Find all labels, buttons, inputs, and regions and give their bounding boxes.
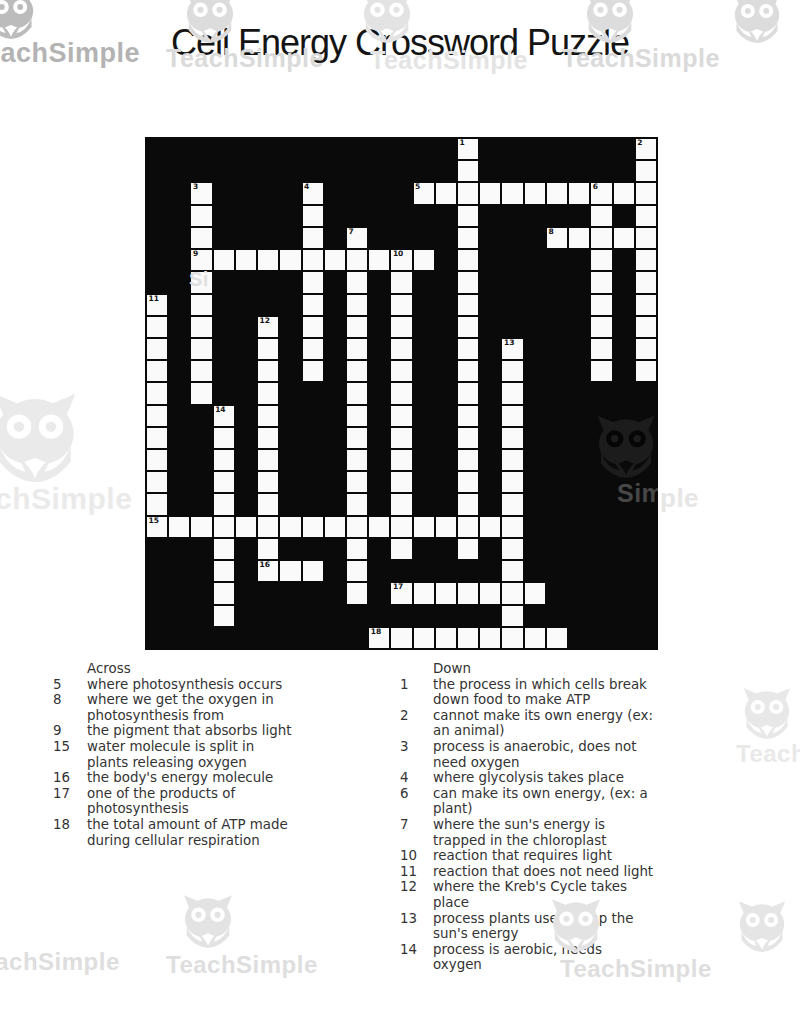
cell-r4c20[interactable]	[591, 228, 611, 248]
cell-r11c2[interactable]	[191, 383, 211, 403]
block-r4c4	[236, 228, 256, 248]
cell-r0c22[interactable]: 2	[636, 139, 656, 159]
block-r7c5	[258, 295, 278, 315]
cell-r5c4[interactable]	[236, 250, 256, 270]
block-r16c8	[325, 494, 345, 514]
cell-r20c15[interactable]	[480, 583, 500, 603]
block-r16c17	[525, 494, 545, 514]
cell-r5c20[interactable]	[591, 250, 611, 270]
clue-down-13: 13process plants use to trap thesun's en…	[400, 911, 745, 942]
cell-r22c14[interactable]	[458, 628, 478, 648]
cell-r2c7[interactable]: 4	[303, 183, 323, 203]
cell-r22c12[interactable]	[414, 628, 434, 648]
block-r15c20	[591, 472, 611, 492]
block-r21c12	[414, 606, 434, 626]
cell-r7c7[interactable]	[303, 295, 323, 315]
block-r1c3	[214, 161, 234, 181]
clue-down-4: 4where glycolysis takes place	[400, 770, 745, 786]
cell-r13c16[interactable]	[502, 428, 522, 448]
cell-r12c3[interactable]: 14	[214, 406, 234, 426]
cell-r19c9[interactable]	[347, 561, 367, 581]
cell-r14c14[interactable]	[458, 450, 478, 470]
block-r11c12	[414, 383, 434, 403]
cell-r22c15[interactable]	[480, 628, 500, 648]
cell-r15c9[interactable]	[347, 472, 367, 492]
cell-r20c16[interactable]	[502, 583, 522, 603]
clue-across-18: 18the total amount of ATP madeduring cel…	[53, 817, 383, 848]
block-r22c19	[569, 628, 589, 648]
cell-r16c11[interactable]	[391, 494, 411, 514]
cell-r11c14[interactable]	[458, 383, 478, 403]
block-r0c6	[280, 139, 300, 159]
cell-r19c6[interactable]	[280, 561, 300, 581]
cell-r19c3[interactable]	[214, 561, 234, 581]
cell-r19c16[interactable]	[502, 561, 522, 581]
cell-r18c14[interactable]	[458, 539, 478, 559]
cell-r17c7[interactable]	[303, 517, 323, 537]
cell-r12c14[interactable]	[458, 406, 478, 426]
cell-r8c5[interactable]: 12	[258, 317, 278, 337]
cell-r4c14[interactable]	[458, 228, 478, 248]
cell-r10c9[interactable]	[347, 361, 367, 381]
cell-r11c0[interactable]	[147, 383, 167, 403]
cell-r13c0[interactable]	[147, 428, 167, 448]
cell-r4c2[interactable]	[191, 228, 211, 248]
cell-r4c18[interactable]: 8	[547, 228, 567, 248]
cell-r2c21[interactable]	[614, 183, 634, 203]
cell-r19c5[interactable]: 16	[258, 561, 278, 581]
block-r12c8	[325, 406, 345, 426]
block-r13c10	[369, 428, 389, 448]
cell-r6c11[interactable]	[391, 272, 411, 292]
cell-r3c20[interactable]	[591, 206, 611, 226]
block-r16c13	[436, 494, 456, 514]
cell-r5c14[interactable]	[458, 250, 478, 270]
block-r11c8	[325, 383, 345, 403]
block-r2c1	[169, 183, 189, 203]
block-r19c14	[458, 561, 478, 581]
cell-r6c7[interactable]	[303, 272, 323, 292]
cell-r18c5[interactable]	[258, 539, 278, 559]
cell-r17c3[interactable]	[214, 517, 234, 537]
block-r22c21	[614, 628, 634, 648]
cell-r5c6[interactable]	[280, 250, 300, 270]
block-r4c6	[280, 228, 300, 248]
cell-r8c22[interactable]	[636, 317, 656, 337]
block-r4c3	[214, 228, 234, 248]
cell-r9c20[interactable]	[591, 339, 611, 359]
cell-r4c19[interactable]	[569, 228, 589, 248]
cell-r12c9[interactable]	[347, 406, 367, 426]
block-r3c8	[325, 206, 345, 226]
block-r12c12	[414, 406, 434, 426]
clue-down-12-text: where the Kreb's Cycle takesplace	[433, 879, 627, 910]
cell-r17c9[interactable]	[347, 517, 367, 537]
cell-r11c5[interactable]	[258, 383, 278, 403]
cell-r8c9[interactable]	[347, 317, 367, 337]
cell-r11c16[interactable]	[502, 383, 522, 403]
block-r0c2	[191, 139, 211, 159]
cell-r4c7[interactable]	[303, 228, 323, 248]
cell-r0c14[interactable]: 1	[458, 139, 478, 159]
cell-r22c11[interactable]	[391, 628, 411, 648]
cell-r2c18[interactable]	[547, 183, 567, 203]
cell-r22c10[interactable]: 18	[369, 628, 389, 648]
block-r15c19	[569, 472, 589, 492]
clue-down-2-text: cannot make its own energy (ex:an animal…	[433, 708, 653, 739]
block-r4c0	[147, 228, 167, 248]
block-r0c15	[480, 139, 500, 159]
cell-r13c5[interactable]	[258, 428, 278, 448]
cell-r9c2[interactable]	[191, 339, 211, 359]
block-r21c0	[147, 606, 167, 626]
cell-r5c2[interactable]: 9	[191, 250, 211, 270]
cell-r2c22[interactable]	[636, 183, 656, 203]
block-r8c18	[547, 317, 567, 337]
clue-down-1: 1the process in which cells breakdown fo…	[400, 677, 745, 708]
clue-number: 16	[260, 561, 270, 569]
cell-r15c16[interactable]	[502, 472, 522, 492]
cell-r10c22[interactable]	[636, 361, 656, 381]
clue-across-16-number: 16	[53, 770, 87, 786]
cell-r7c2[interactable]	[191, 295, 211, 315]
block-r3c13	[436, 206, 456, 226]
cell-r14c16[interactable]	[502, 450, 522, 470]
cell-r8c11[interactable]	[391, 317, 411, 337]
clue-down-2-number: 2	[400, 708, 433, 739]
cell-r3c2[interactable]	[191, 206, 211, 226]
cell-r17c10[interactable]	[369, 517, 389, 537]
cell-r14c11[interactable]	[391, 450, 411, 470]
block-r0c8	[325, 139, 345, 159]
block-r22c6	[280, 628, 300, 648]
cell-r7c14[interactable]	[458, 295, 478, 315]
block-r13c20	[591, 428, 611, 448]
cell-r16c16[interactable]	[502, 494, 522, 514]
clue-across-16-text: the body's energy molecule	[87, 770, 273, 786]
cell-r5c8[interactable]	[325, 250, 345, 270]
cell-r17c11[interactable]	[391, 517, 411, 537]
cell-r20c14[interactable]	[458, 583, 478, 603]
cell-r16c5[interactable]	[258, 494, 278, 514]
block-r21c15	[480, 606, 500, 626]
cell-r17c8[interactable]	[325, 517, 345, 537]
block-r3c4	[236, 206, 256, 226]
cell-r22c17[interactable]	[525, 628, 545, 648]
cell-r10c11[interactable]	[391, 361, 411, 381]
cell-r17c16[interactable]	[502, 517, 522, 537]
block-r13c6	[280, 428, 300, 448]
block-r6c1	[169, 272, 189, 292]
cell-r22c13[interactable]	[436, 628, 456, 648]
block-r6c16	[502, 272, 522, 292]
cell-r17c6[interactable]	[280, 517, 300, 537]
block-r8c12	[414, 317, 434, 337]
cell-r17c14[interactable]	[458, 517, 478, 537]
cell-r15c5[interactable]	[258, 472, 278, 492]
cell-r12c11[interactable]	[391, 406, 411, 426]
clue-down-7-number: 7	[400, 817, 433, 848]
cell-r10c14[interactable]	[458, 361, 478, 381]
block-r21c4	[236, 606, 256, 626]
cell-r9c16[interactable]: 13	[502, 339, 522, 359]
cell-r1c22[interactable]	[636, 161, 656, 181]
cell-r17c15[interactable]	[480, 517, 500, 537]
cell-r8c20[interactable]	[591, 317, 611, 337]
block-r0c10	[369, 139, 389, 159]
block-r21c17	[525, 606, 545, 626]
block-r12c10	[369, 406, 389, 426]
block-r5c21	[614, 250, 634, 270]
cell-r21c3[interactable]	[214, 606, 234, 626]
cell-r15c3[interactable]	[214, 472, 234, 492]
cell-r5c10[interactable]	[369, 250, 389, 270]
clue-number: 14	[215, 406, 225, 414]
cell-r9c14[interactable]	[458, 339, 478, 359]
cell-r18c9[interactable]	[347, 539, 367, 559]
block-r1c16	[502, 161, 522, 181]
block-r1c18	[547, 161, 567, 181]
clue-across-15-text: water molecule is split inplants releasi…	[87, 739, 254, 770]
block-r6c21	[614, 272, 634, 292]
block-r9c6	[280, 339, 300, 359]
cell-r10c0[interactable]	[147, 361, 167, 381]
cell-r2c16[interactable]	[502, 183, 522, 203]
block-r12c2	[191, 406, 211, 426]
block-r20c8	[325, 583, 345, 603]
cell-r9c11[interactable]	[391, 339, 411, 359]
block-r0c16	[502, 139, 522, 159]
cell-r5c3[interactable]	[214, 250, 234, 270]
cell-r12c5[interactable]	[258, 406, 278, 426]
cell-r12c0[interactable]	[147, 406, 167, 426]
cell-r3c7[interactable]	[303, 206, 323, 226]
cell-r5c7[interactable]	[303, 250, 323, 270]
cell-r4c22[interactable]	[636, 228, 656, 248]
cell-r15c14[interactable]	[458, 472, 478, 492]
block-r13c7	[303, 428, 323, 448]
cell-r10c2[interactable]	[191, 361, 211, 381]
block-r5c13	[436, 250, 456, 270]
block-r16c21	[614, 494, 634, 514]
clue-down-6-text: can make its own energy, (ex: aplant)	[433, 786, 648, 817]
cell-r20c11[interactable]: 17	[391, 583, 411, 603]
cell-r6c22[interactable]	[636, 272, 656, 292]
cell-r2c15[interactable]	[480, 183, 500, 203]
watermark-logo-text: ple	[660, 485, 699, 511]
cell-r16c14[interactable]	[458, 494, 478, 514]
cell-r22c16[interactable]	[502, 628, 522, 648]
block-r1c8	[325, 161, 345, 181]
clue-down-1-number: 1	[400, 677, 433, 708]
block-r22c2	[191, 628, 211, 648]
cell-r15c11[interactable]	[391, 472, 411, 492]
cell-r20c12[interactable]	[414, 583, 434, 603]
block-r4c1	[169, 228, 189, 248]
cell-r11c11[interactable]	[391, 383, 411, 403]
block-r22c5	[258, 628, 278, 648]
block-r1c19	[569, 161, 589, 181]
block-r21c5	[258, 606, 278, 626]
block-r21c22	[636, 606, 656, 626]
block-r10c12	[414, 361, 434, 381]
cell-r10c5[interactable]	[258, 361, 278, 381]
block-r4c16	[502, 228, 522, 248]
cell-r6c20[interactable]	[591, 272, 611, 292]
clue-across-17: 17one of the products ofphotosynthesis	[53, 786, 383, 817]
block-r1c10	[369, 161, 389, 181]
cell-r5c5[interactable]	[258, 250, 278, 270]
cell-r2c2[interactable]: 3	[191, 183, 211, 203]
cell-r8c7[interactable]	[303, 317, 323, 337]
cell-r2c20[interactable]: 6	[591, 183, 611, 203]
cell-r7c20[interactable]	[591, 295, 611, 315]
cell-r9c22[interactable]	[636, 339, 656, 359]
cell-r17c13[interactable]	[436, 517, 456, 537]
cell-r5c22[interactable]	[636, 250, 656, 270]
cell-r3c14[interactable]	[458, 206, 478, 226]
cell-r17c1[interactable]	[169, 517, 189, 537]
cell-r1c14[interactable]	[458, 161, 478, 181]
cell-r8c2[interactable]	[191, 317, 211, 337]
block-r13c15	[480, 428, 500, 448]
cell-r16c3[interactable]	[214, 494, 234, 514]
block-r22c20	[591, 628, 611, 648]
block-r20c10	[369, 583, 389, 603]
cell-r10c20[interactable]	[591, 361, 611, 381]
block-r0c7	[303, 139, 323, 159]
block-r1c7	[303, 161, 323, 181]
cell-r18c11[interactable]	[391, 539, 411, 559]
cell-r5c11[interactable]: 10	[391, 250, 411, 270]
block-r3c11	[391, 206, 411, 226]
cell-r16c0[interactable]	[147, 494, 167, 514]
block-r12c1	[169, 406, 189, 426]
block-r5c16	[502, 250, 522, 270]
block-r19c21	[614, 561, 634, 581]
cell-r6c2[interactable]	[191, 272, 211, 292]
cell-r17c2[interactable]	[191, 517, 211, 537]
block-r3c21	[614, 206, 634, 226]
block-r15c7	[303, 472, 323, 492]
cell-r9c9[interactable]	[347, 339, 367, 359]
block-r9c13	[436, 339, 456, 359]
block-r18c19	[569, 539, 589, 559]
block-r7c10	[369, 295, 389, 315]
cell-r5c9[interactable]	[347, 250, 367, 270]
clue-down-10-text: reaction that requires light	[433, 848, 612, 864]
clue-down-3: 3process is anaerobic, does notneed oxyg…	[400, 739, 745, 770]
cell-r8c0[interactable]	[147, 317, 167, 337]
watermark-owl-icon	[0, 390, 82, 484]
cell-r8c14[interactable]	[458, 317, 478, 337]
block-r20c18	[547, 583, 567, 603]
block-r7c18	[547, 295, 567, 315]
block-r1c20	[591, 161, 611, 181]
cell-r4c9[interactable]: 7	[347, 228, 367, 248]
block-r5c19	[569, 250, 589, 270]
cell-r16c9[interactable]	[347, 494, 367, 514]
cell-r14c9[interactable]	[347, 450, 367, 470]
block-r18c2	[191, 539, 211, 559]
cell-r13c3[interactable]	[214, 428, 234, 448]
cell-r2c13[interactable]	[436, 183, 456, 203]
block-r14c8	[325, 450, 345, 470]
block-r15c12	[414, 472, 434, 492]
cell-r14c0[interactable]	[147, 450, 167, 470]
cell-r2c19[interactable]	[569, 183, 589, 203]
block-r11c7	[303, 383, 323, 403]
block-r5c0	[147, 250, 167, 270]
block-r13c8	[325, 428, 345, 448]
cell-r9c0[interactable]	[147, 339, 167, 359]
block-r13c17	[525, 428, 545, 448]
cell-r3c22[interactable]	[636, 206, 656, 226]
cell-r6c9[interactable]	[347, 272, 367, 292]
cell-r13c14[interactable]	[458, 428, 478, 448]
cell-r2c17[interactable]	[525, 183, 545, 203]
block-r20c6	[280, 583, 300, 603]
block-r6c8	[325, 272, 345, 292]
block-r12c21	[614, 406, 634, 426]
cell-r18c16[interactable]	[502, 539, 522, 559]
cell-r20c3[interactable]	[214, 583, 234, 603]
cell-r20c9[interactable]	[347, 583, 367, 603]
watermark-owl-icon	[740, 686, 794, 740]
cell-r9c5[interactable]	[258, 339, 278, 359]
cell-r13c9[interactable]	[347, 428, 367, 448]
cell-r7c22[interactable]	[636, 295, 656, 315]
cell-r20c13[interactable]	[436, 583, 456, 603]
cell-r17c5[interactable]	[258, 517, 278, 537]
cell-r12c16[interactable]	[502, 406, 522, 426]
cell-r13c11[interactable]	[391, 428, 411, 448]
block-r14c12	[414, 450, 434, 470]
cell-r2c12[interactable]: 5	[414, 183, 434, 203]
cell-r22c18[interactable]	[547, 628, 567, 648]
cell-r21c16[interactable]	[502, 606, 522, 626]
cell-r18c3[interactable]	[214, 539, 234, 559]
clue-number: 9	[193, 250, 198, 258]
cell-r9c7[interactable]	[303, 339, 323, 359]
cell-r17c0[interactable]: 15	[147, 517, 167, 537]
cell-r20c17[interactable]	[525, 583, 545, 603]
cell-r6c14[interactable]	[458, 272, 478, 292]
cell-r17c4[interactable]	[236, 517, 256, 537]
cell-r4c21[interactable]	[614, 228, 634, 248]
cell-r17c12[interactable]	[414, 517, 434, 537]
block-r0c12	[414, 139, 434, 159]
block-r16c18	[547, 494, 567, 514]
cell-r11c9[interactable]	[347, 383, 367, 403]
cell-r10c16[interactable]	[502, 361, 522, 381]
cell-r14c3[interactable]	[214, 450, 234, 470]
clue-number: 4	[304, 183, 309, 191]
cell-r10c7[interactable]	[303, 361, 323, 381]
cell-r7c9[interactable]	[347, 295, 367, 315]
block-r1c5	[258, 161, 278, 181]
block-r16c1	[169, 494, 189, 514]
cell-r5c12[interactable]	[414, 250, 434, 270]
cell-r7c11[interactable]	[391, 295, 411, 315]
cell-r2c14[interactable]	[458, 183, 478, 203]
clue-across-5: 5where photosynthesis occurs	[53, 677, 383, 693]
cell-r15c0[interactable]	[147, 472, 167, 492]
cell-r7c0[interactable]: 11	[147, 295, 167, 315]
watermark-logo-text: TeachSimple	[166, 953, 318, 977]
cell-r19c7[interactable]	[303, 561, 323, 581]
cell-r14c5[interactable]	[258, 450, 278, 470]
